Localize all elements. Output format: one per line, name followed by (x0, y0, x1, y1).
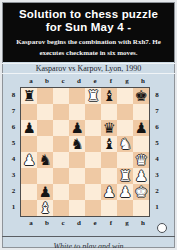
piece-white-pawn: ♟ (133, 168, 149, 184)
file-label-b: b (39, 217, 55, 229)
square-b1: ♝ (37, 200, 53, 216)
header: Solution to chess puzzle for Sun May 4 -… (3, 3, 174, 62)
file-label-a: a (23, 217, 39, 229)
rank-label-8: 8 (2, 87, 20, 103)
square-f5: ♝ (101, 136, 117, 152)
square-a3 (21, 168, 37, 184)
square-g8 (117, 88, 133, 104)
square-a4: ♟ (21, 152, 37, 168)
square-d3 (69, 168, 85, 184)
square-h8: ♚ (133, 88, 149, 104)
file-labels-top: abcdefgh (23, 75, 175, 87)
piece-white-rook: ♜ (85, 88, 101, 104)
square-h7 (133, 104, 149, 120)
square-d4 (69, 152, 85, 168)
rank-label-4: 4 (2, 151, 20, 167)
piece-white-pawn: ♟ (101, 184, 117, 200)
rank-labels-left: 87654321 (2, 87, 20, 217)
square-d1 (69, 200, 85, 216)
piece-black-pawn: ♟ (133, 120, 149, 136)
square-d7 (69, 104, 85, 120)
square-c1 (53, 200, 69, 216)
square-f8: ♝ (101, 88, 117, 104)
square-e5 (85, 136, 101, 152)
square-b6 (37, 120, 53, 136)
piece-white-knight: ♞ (117, 136, 133, 152)
square-a5 (21, 136, 37, 152)
rank-label-6: 6 (2, 119, 20, 135)
square-d2 (69, 184, 85, 200)
piece-white-pawn: ♟ (117, 184, 133, 200)
square-d6: ♟ (69, 120, 85, 136)
square-h2: ♚ (133, 184, 149, 200)
puzzle-title-line2: for Sun May 4 - (6, 21, 171, 34)
square-e2 (85, 184, 101, 200)
rank-label-3: 3 (150, 167, 175, 183)
piece-black-knight: ♞ (69, 136, 85, 152)
square-b8 (37, 88, 53, 104)
square-c3 (53, 168, 69, 184)
piece-white-king: ♚ (133, 184, 149, 200)
file-label-c: c (55, 217, 71, 229)
rank-label-1: 1 (2, 199, 20, 215)
square-e7 (85, 104, 101, 120)
square-h4: ♛ (133, 152, 149, 168)
square-b4: ♞ (37, 152, 53, 168)
square-g2: ♟ (117, 184, 133, 200)
match-caption: Kasparov vs Karpov, Lyon, 1990 (2, 63, 175, 74)
rank-label-5: 5 (150, 135, 175, 151)
rank-label-3: 3 (2, 167, 20, 183)
file-label-d: d (71, 217, 87, 229)
footer-caption: White to play and win (2, 236, 175, 250)
square-c7 (53, 104, 69, 120)
square-b7 (37, 104, 53, 120)
file-label-h: h (135, 75, 151, 87)
piece-white-bishop: ♝ (37, 200, 53, 216)
square-g5: ♞ (117, 136, 133, 152)
square-c6 (53, 120, 69, 136)
piece-black-queen: ♛ (101, 120, 117, 136)
square-e4 (85, 152, 101, 168)
file-label-g: g (119, 75, 135, 87)
file-label-e: e (87, 75, 103, 87)
square-g1 (117, 200, 133, 216)
file-labels-bottom: abcdefgh (23, 217, 175, 229)
square-e1 (85, 200, 101, 216)
square-e8: ♜ (85, 88, 101, 104)
piece-black-bishop: ♝ (101, 136, 117, 152)
file-label-c: c (55, 75, 71, 87)
square-b2: ♟ (37, 184, 53, 200)
square-c8 (53, 88, 69, 104)
square-f6: ♛ (101, 120, 117, 136)
square-a2 (21, 184, 37, 200)
piece-white-pawn: ♟ (21, 152, 37, 168)
piece-white-queen: ♛ (133, 152, 149, 168)
file-label-g: g (119, 217, 135, 229)
square-f2: ♟ (101, 184, 117, 200)
rank-label-4: 4 (150, 151, 175, 167)
square-f3 (101, 168, 117, 184)
piece-black-rook: ♜ (21, 88, 37, 104)
file-label-b: b (39, 75, 55, 87)
square-e6 (85, 120, 101, 136)
rank-label-2: 2 (2, 183, 20, 199)
puzzle-solution-text: Kasparov begins the combination with Rxh… (6, 37, 171, 58)
square-c4 (53, 152, 69, 168)
square-h1 (133, 200, 149, 216)
rank-label-1: 1 (150, 199, 175, 215)
chess-board: ♜♜♝♚♟♟♛♟♞♝♞♟♞♛♜♟♟♟♟♚♝ (20, 87, 150, 217)
file-label-d: d (71, 75, 87, 87)
file-label-a: a (23, 75, 39, 87)
square-f4 (101, 152, 117, 168)
piece-black-pawn: ♟ (21, 120, 37, 136)
puzzle-card: Solution to chess puzzle for Sun May 4 -… (0, 0, 177, 250)
piece-black-bishop: ♝ (101, 88, 117, 104)
rank-label-7: 7 (2, 103, 20, 119)
piece-black-knight: ♞ (37, 152, 53, 168)
rank-label-7: 7 (150, 103, 175, 119)
square-e3 (85, 168, 101, 184)
piece-black-pawn: ♟ (69, 120, 85, 136)
puzzle-title-line1: Solution to chess puzzle (6, 8, 171, 21)
square-a6: ♟ (21, 120, 37, 136)
square-g7 (117, 104, 133, 120)
square-d5: ♞ (69, 136, 85, 152)
file-label-e: e (87, 217, 103, 229)
square-h6: ♟ (133, 120, 149, 136)
square-f7 (101, 104, 117, 120)
square-a7 (21, 104, 37, 120)
square-g4 (117, 152, 133, 168)
rank-label-8: 8 (150, 87, 175, 103)
square-d8 (69, 88, 85, 104)
square-h3: ♟ (133, 168, 149, 184)
square-h5 (133, 136, 149, 152)
rank-labels-right: 87654321 (150, 87, 175, 217)
rank-label-2: 2 (150, 183, 175, 199)
square-b3 (37, 168, 53, 184)
square-c2 (53, 184, 69, 200)
square-g6 (117, 120, 133, 136)
file-label-f: f (103, 75, 119, 87)
square-a8: ♜ (21, 88, 37, 104)
square-a1 (21, 200, 37, 216)
file-label-h: h (135, 217, 151, 229)
piece-white-rook: ♜ (117, 168, 133, 184)
square-f1 (101, 200, 117, 216)
square-b5 (37, 136, 53, 152)
rank-label-6: 6 (150, 119, 175, 135)
rank-label-5: 5 (2, 135, 20, 151)
piece-black-pawn: ♟ (37, 184, 53, 200)
square-g3: ♜ (117, 168, 133, 184)
piece-black-king: ♚ (133, 88, 149, 104)
file-label-f: f (103, 217, 119, 229)
square-c5 (53, 136, 69, 152)
board-panel: abcdefgh 87654321 ♜♜♝♚♟♟♛♟♞♝♞♟♞♛♜♟♟♟♟♚♝ … (2, 74, 175, 236)
